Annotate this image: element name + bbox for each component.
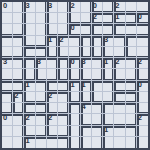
clue-r7c6: 1 [70,80,74,89]
clue-r1c10: 1 [115,12,119,21]
cell-r1c12[interactable]: 0 [137,13,148,24]
cell-r5c4[interactable] [47,58,58,69]
clue-r1c8: 2 [93,12,97,21]
cell-r12c12[interactable] [137,137,148,148]
cell-r9c9[interactable] [103,103,114,114]
clue-r1c12: 0 [138,12,142,21]
clue-r3c4: 1 [48,35,52,44]
cell-r3c3[interactable] [36,36,47,47]
cell-r11c11[interactable] [126,126,137,137]
cell-r6c9[interactable] [103,69,114,80]
cell-r6c0[interactable] [2,69,13,80]
cell-r8c12[interactable] [137,92,148,103]
cell-r8c1[interactable]: 2 [13,92,24,103]
cell-r1c8[interactable]: 2 [92,13,103,24]
cell-r0c6[interactable]: 2 [69,2,80,13]
cell-r2c8[interactable] [92,24,103,35]
clue-r0c10: 2 [115,1,119,10]
cell-r6c3[interactable] [36,69,47,80]
cell-r8c4[interactable]: 2 [47,92,58,103]
cell-r10c12[interactable]: 2 [137,114,148,125]
cell-r9c5[interactable] [58,103,69,114]
cell-r2c0[interactable] [2,24,13,35]
cell-r7c2[interactable]: 1 [24,81,35,92]
cell-r12c6[interactable] [69,137,80,148]
clue-r0c4: 3 [48,1,52,10]
cell-r5c3[interactable]: 3 [36,58,47,69]
clue-r10c12: 2 [138,113,142,122]
cell-r1c10[interactable]: 1 [114,13,125,24]
clue-r10c2: 2 [25,113,29,122]
cell-r12c9[interactable] [103,137,114,148]
clue-r5c7: 3 [82,57,86,66]
cell-r1c11[interactable] [126,13,137,24]
cell-r11c10[interactable] [114,126,125,137]
cell-r5c9[interactable]: 1 [103,58,114,69]
cell-r2c11[interactable] [126,24,137,35]
clue-r0c2: 3 [25,1,29,10]
cell-r11c6[interactable] [69,126,80,137]
cell-r7c12[interactable]: 0 [137,81,148,92]
cell-r2c10[interactable] [114,24,125,35]
clue-r0c8: 0 [93,1,97,10]
cell-r8c10[interactable] [114,92,125,103]
clue-r7c12: 0 [138,80,142,89]
cell-r8c2[interactable] [24,92,35,103]
cell-r1c4[interactable] [47,13,58,24]
cell-r7c7[interactable]: 1 [81,81,92,92]
clue-r11c9: 1 [104,125,108,134]
cell-r4c5[interactable] [58,47,69,58]
clue-r5c6: 0 [70,57,74,66]
cell-r4c11[interactable] [126,47,137,58]
cell-r12c5[interactable] [58,137,69,148]
cell-r12c4[interactable] [47,137,58,148]
cell-r4c8[interactable] [92,47,103,58]
cell-r0c9[interactable] [103,2,114,13]
clue-r5c3: 3 [37,57,41,66]
cell-r5c11[interactable] [126,58,137,69]
cell-r6c11[interactable] [126,69,137,80]
cell-r5c12[interactable]: 2 [137,58,148,69]
clue-r3c5: 2 [59,35,63,44]
cell-r9c10[interactable] [114,103,125,114]
cell-r1c3[interactable] [36,13,47,24]
cell-r10c5[interactable] [58,114,69,125]
cell-r5c1[interactable] [13,58,24,69]
cell-r12c10[interactable] [114,137,125,148]
cell-r10c0[interactable]: 0 [2,114,13,125]
cell-r5c2[interactable] [24,58,35,69]
cell-r3c10[interactable] [114,36,125,47]
cell-r8c6[interactable] [69,92,80,103]
cell-r11c8[interactable] [92,126,103,137]
cell-r8c8[interactable] [92,92,103,103]
cell-r8c0[interactable] [2,92,13,103]
cell-r5c10[interactable]: 2 [114,58,125,69]
cell-r5c6[interactable]: 0 [69,58,80,69]
cell-r2c3[interactable] [36,24,47,35]
cell-r12c7[interactable] [81,137,92,148]
cell-r3c7[interactable] [81,36,92,47]
cell-r6c4[interactable] [47,69,58,80]
cell-r1c7[interactable] [81,13,92,24]
cell-r7c6[interactable]: 1 [69,81,80,92]
clue-r5c12: 2 [138,57,142,66]
cell-r1c1[interactable] [13,13,24,24]
clue-r0c6: 2 [70,1,74,10]
cell-r10c11[interactable] [126,114,137,125]
cell-r5c7[interactable]: 3 [81,58,92,69]
cell-r6c1[interactable] [13,69,24,80]
clue-r0c0: 0 [3,1,7,10]
cell-r7c10[interactable] [114,81,125,92]
cell-r0c5[interactable] [58,2,69,13]
cell-r4c2[interactable] [24,47,35,58]
cell-r9c3[interactable] [36,103,47,114]
cell-r10c4[interactable]: 2 [47,114,58,125]
cell-r3c4[interactable]: 1 [47,36,58,47]
cell-r10c2[interactable]: 2 [24,114,35,125]
clue-r5c0: 3 [3,57,7,66]
cell-r11c0[interactable] [2,126,13,137]
clue-r12c2: 1 [25,136,29,145]
cell-r3c6[interactable] [69,36,80,47]
cell-r11c1[interactable] [13,126,24,137]
clue-r10c4: 2 [48,113,52,122]
cell-r0c7[interactable] [81,2,92,13]
cell-r5c0[interactable]: 3 [2,58,13,69]
cell-r7c9[interactable] [103,81,114,92]
cell-r9c1[interactable] [13,103,24,114]
cell-r1c2[interactable] [24,13,35,24]
cell-r3c11[interactable] [126,36,137,47]
cell-r0c4[interactable]: 3 [47,2,58,13]
cell-r2c6[interactable]: 0 [69,24,80,35]
cell-r1c0[interactable] [2,13,13,24]
cell-r11c5[interactable] [58,126,69,137]
cell-r12c0[interactable] [2,137,13,148]
cell-r9c11[interactable] [126,103,137,114]
clue-r10c0: 0 [3,113,7,122]
cell-r3c2[interactable] [24,36,35,47]
cell-r12c11[interactable] [126,137,137,148]
cell-r12c3[interactable] [36,137,47,148]
cell-r11c3[interactable] [36,126,47,137]
cell-r10c6[interactable] [69,114,80,125]
cell-r10c7[interactable] [81,114,92,125]
cell-r3c0[interactable] [2,36,13,47]
cell-r12c8[interactable] [92,137,103,148]
cell-r8c11[interactable] [126,92,137,103]
cell-r0c0[interactable]: 0 [2,2,13,13]
clue-r7c2: 1 [25,80,29,89]
cell-r0c3[interactable] [36,2,47,13]
cell-r5c5[interactable] [58,58,69,69]
clue-r8c1: 2 [14,91,18,100]
cell-r3c8[interactable] [92,36,103,47]
cell-r8c9[interactable] [103,92,114,103]
clue-r8c4: 2 [48,91,52,100]
clue-r7c7: 1 [82,80,86,89]
cell-r7c11[interactable] [126,81,137,92]
cell-r9c8[interactable] [92,103,103,114]
cell-r3c1[interactable] [13,36,24,47]
clue-r3c9: 3 [104,35,108,44]
cell-r9c6[interactable] [69,103,80,114]
clue-r5c9: 1 [104,57,108,66]
clue-r9c7: 4 [82,102,86,111]
cell-r6c8[interactable] [92,69,103,80]
cell-r11c12[interactable] [137,126,148,137]
cell-r2c1[interactable] [13,24,24,35]
cell-r1c5[interactable] [58,13,69,24]
cell-r10c8[interactable] [92,114,103,125]
cell-r10c1[interactable] [13,114,24,125]
cell-r6c10[interactable] [114,69,125,80]
cell-r11c7[interactable] [81,126,92,137]
cell-r6c5[interactable] [58,69,69,80]
cell-r7c0[interactable] [2,81,13,92]
cell-r11c4[interactable] [47,126,58,137]
cell-r4c1[interactable] [13,47,24,58]
cell-r12c2[interactable]: 1 [24,137,35,148]
cell-r11c9[interactable]: 1 [103,126,114,137]
cell-r5c8[interactable] [92,58,103,69]
cell-r0c2[interactable]: 3 [24,2,35,13]
cell-r2c2[interactable] [24,24,35,35]
cell-r3c12[interactable] [137,36,148,47]
cell-r10c3[interactable] [36,114,47,125]
cell-r9c7[interactable]: 4 [81,103,92,114]
cell-r3c9[interactable]: 3 [103,36,114,47]
cell-r0c1[interactable] [13,2,24,13]
clue-r2c6: 0 [70,23,74,32]
cell-r7c8[interactable] [92,81,103,92]
cell-r8c5[interactable] [58,92,69,103]
cell-r12c1[interactable] [13,137,24,148]
cell-r8c3[interactable] [36,92,47,103]
cell-r2c7[interactable] [81,24,92,35]
cell-r3c5[interactable]: 2 [58,36,69,47]
cell-r4c4[interactable] [47,47,58,58]
cell-r7c5[interactable] [58,81,69,92]
cell-r1c9[interactable] [103,13,114,24]
heyawake-board: 033202210012333031221110224022211 [0,0,150,150]
cell-r7c3[interactable] [36,81,47,92]
cell-r10c10[interactable] [114,114,125,125]
cell-r2c12[interactable] [137,24,148,35]
clue-r5c10: 2 [115,57,119,66]
cell-r0c11[interactable] [126,2,137,13]
